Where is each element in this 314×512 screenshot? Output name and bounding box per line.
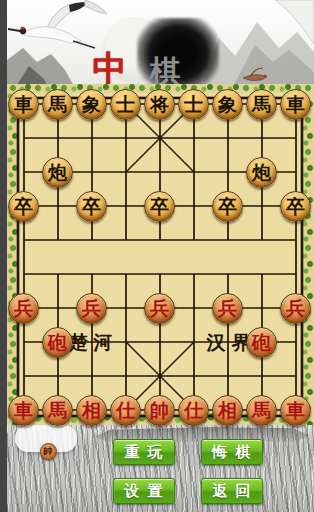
settings-button[interactable]: 设置	[113, 478, 175, 504]
xiangqi-piece-red-馬[interactable]: 馬	[246, 395, 277, 426]
xiangqi-piece-red-兵[interactable]: 兵	[76, 293, 107, 324]
xiangqi-piece-black-車[interactable]: 車	[280, 89, 311, 120]
xiangqi-piece-red-仕[interactable]: 仕	[178, 395, 209, 426]
xiangqi-piece-black-卒[interactable]: 卒	[144, 191, 175, 222]
xiangqi-piece-red-相[interactable]: 相	[212, 395, 243, 426]
xiangqi-piece-black-炮[interactable]: 炮	[42, 157, 73, 188]
xiangqi-piece-black-士[interactable]: 士	[110, 89, 141, 120]
xiangqi-piece-black-象[interactable]: 象	[76, 89, 107, 120]
undo-button[interactable]: 悔棋	[201, 439, 263, 465]
xiangqi-piece-black-炮[interactable]: 炮	[246, 157, 277, 188]
xiangqi-piece-red-兵[interactable]: 兵	[8, 293, 39, 324]
xiangqi-piece-black-卒[interactable]: 卒	[8, 191, 39, 222]
turn-indicator-piece: 帥	[40, 443, 57, 460]
xiangqi-piece-red-馬[interactable]: 馬	[42, 395, 73, 426]
xiangqi-piece-red-砲[interactable]: 砲	[42, 327, 73, 358]
xiangqi-piece-red-兵[interactable]: 兵	[212, 293, 243, 324]
xiangqi-piece-black-将[interactable]: 将	[144, 89, 175, 120]
header-ink-painting: 中 棋	[7, 0, 314, 88]
xiangqi-piece-black-卒[interactable]: 卒	[76, 191, 107, 222]
xiangqi-piece-black-卒[interactable]: 卒	[212, 191, 243, 222]
xiangqi-piece-black-馬[interactable]: 馬	[246, 89, 277, 120]
xiangqi-piece-red-帥[interactable]: 帥	[144, 395, 175, 426]
xiangqi-piece-red-仕[interactable]: 仕	[110, 395, 141, 426]
xiangqi-board[interactable]: 楚河 汉界 車馬象士将士象馬車炮炮卒卒卒卒卒兵兵兵兵兵砲砲車馬相仕帥仕相馬車	[7, 84, 314, 427]
xiangqi-piece-black-車[interactable]: 車	[8, 89, 39, 120]
xiangqi-piece-red-砲[interactable]: 砲	[246, 327, 277, 358]
xiangqi-piece-red-相[interactable]: 相	[76, 395, 107, 426]
replay-button[interactable]: 重玩	[113, 439, 175, 465]
piece-grid[interactable]: 車馬象士将士象馬車炮炮卒卒卒卒卒兵兵兵兵兵砲砲車馬相仕帥仕相馬車	[7, 87, 313, 427]
xiangqi-piece-red-兵[interactable]: 兵	[280, 293, 311, 324]
title-char-1: 中	[93, 52, 127, 86]
xiangqi-piece-red-車[interactable]: 車	[280, 395, 311, 426]
xiangqi-piece-black-卒[interactable]: 卒	[280, 191, 311, 222]
title-char-2: 棋	[150, 56, 181, 87]
back-button[interactable]: 返回	[201, 478, 263, 504]
xiangqi-piece-black-馬[interactable]: 馬	[42, 89, 73, 120]
xiangqi-piece-red-兵[interactable]: 兵	[144, 293, 175, 324]
xiangqi-piece-black-士[interactable]: 士	[178, 89, 209, 120]
xiangqi-piece-black-象[interactable]: 象	[212, 89, 243, 120]
xiangqi-piece-red-車[interactable]: 車	[8, 395, 39, 426]
xiangqi-app: 中 棋	[7, 0, 314, 512]
